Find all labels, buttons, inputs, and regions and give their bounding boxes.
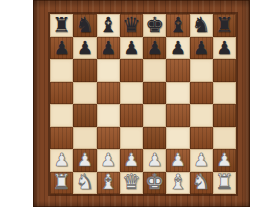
square-c7[interactable]: ♟ [97,37,120,60]
chess-board: ♜♞♝♛♚♝♞♜♟♟♟♟♟♟♟♟♟♟♟♟♟♟♟♟♜♞♝♛♚♝♞♜ [50,14,236,194]
square-d2[interactable]: ♟ [120,149,143,172]
square-e8[interactable]: ♚ [143,14,166,37]
square-a3[interactable] [50,127,73,150]
white-pawn: ♟ [77,151,93,169]
white-knight: ♞ [192,172,211,193]
black-pawn: ♟ [77,38,93,56]
square-a2[interactable]: ♟ [50,149,73,172]
square-b4[interactable] [73,104,96,127]
square-d8[interactable]: ♛ [120,14,143,37]
square-b2[interactable]: ♟ [73,149,96,172]
square-f5[interactable] [166,82,189,105]
square-e7[interactable]: ♟ [143,37,166,60]
white-king: ♚ [145,172,164,193]
square-h8[interactable]: ♜ [213,14,236,37]
square-c2[interactable]: ♟ [97,149,120,172]
square-f1[interactable]: ♝ [166,172,189,195]
white-pawn: ♟ [216,151,232,169]
square-b1[interactable]: ♞ [73,172,96,195]
square-f8[interactable]: ♝ [166,14,189,37]
square-b3[interactable] [73,127,96,150]
black-pawn: ♟ [216,38,232,56]
black-knight: ♞ [192,14,211,35]
square-h4[interactable] [213,104,236,127]
white-knight: ♞ [75,172,94,193]
square-b6[interactable] [73,59,96,82]
square-b5[interactable] [73,82,96,105]
square-h2[interactable]: ♟ [213,149,236,172]
square-a1[interactable]: ♜ [50,172,73,195]
white-pawn: ♟ [100,151,116,169]
square-h7[interactable]: ♟ [213,37,236,60]
square-d4[interactable] [120,104,143,127]
black-bishop: ♝ [99,14,118,35]
white-rook: ♜ [215,172,234,193]
black-queen: ♛ [122,14,141,35]
square-g8[interactable]: ♞ [190,14,213,37]
square-a4[interactable] [50,104,73,127]
square-f6[interactable] [166,59,189,82]
square-g6[interactable] [190,59,213,82]
board-frame: ♜♞♝♛♚♝♞♜♟♟♟♟♟♟♟♟♟♟♟♟♟♟♟♟♜♞♝♛♚♝♞♜ [33,0,250,207]
white-pawn: ♟ [170,151,186,169]
square-g7[interactable]: ♟ [190,37,213,60]
black-rook: ♜ [215,14,234,35]
black-rook: ♜ [52,14,71,35]
square-c3[interactable] [97,127,120,150]
square-e1[interactable]: ♚ [143,172,166,195]
square-e3[interactable] [143,127,166,150]
white-bishop: ♝ [168,172,187,193]
square-c5[interactable] [97,82,120,105]
black-pawn: ♟ [170,38,186,56]
square-c8[interactable]: ♝ [97,14,120,37]
square-g4[interactable] [190,104,213,127]
white-queen: ♛ [122,172,141,193]
square-d7[interactable]: ♟ [120,37,143,60]
square-b7[interactable]: ♟ [73,37,96,60]
white-pawn: ♟ [193,151,209,169]
square-g5[interactable] [190,82,213,105]
square-a5[interactable] [50,82,73,105]
square-d5[interactable] [120,82,143,105]
square-c4[interactable] [97,104,120,127]
square-f7[interactable]: ♟ [166,37,189,60]
square-a8[interactable]: ♜ [50,14,73,37]
square-b8[interactable]: ♞ [73,14,96,37]
white-rook: ♜ [52,172,71,193]
square-g1[interactable]: ♞ [190,172,213,195]
square-h3[interactable] [213,127,236,150]
black-pawn: ♟ [193,38,209,56]
square-f3[interactable] [166,127,189,150]
white-pawn: ♟ [123,151,139,169]
square-e5[interactable] [143,82,166,105]
square-h5[interactable] [213,82,236,105]
square-g2[interactable]: ♟ [190,149,213,172]
page-background: ♜♞♝♛♚♝♞♜♟♟♟♟♟♟♟♟♟♟♟♟♟♟♟♟♜♞♝♛♚♝♞♜ [0,0,280,210]
square-d6[interactable] [120,59,143,82]
square-c6[interactable] [97,59,120,82]
square-g3[interactable] [190,127,213,150]
black-pawn: ♟ [100,38,116,56]
black-bishop: ♝ [168,14,187,35]
square-f2[interactable]: ♟ [166,149,189,172]
square-f4[interactable] [166,104,189,127]
square-d3[interactable] [120,127,143,150]
black-knight: ♞ [75,14,94,35]
square-e2[interactable]: ♟ [143,149,166,172]
square-a7[interactable]: ♟ [50,37,73,60]
square-e4[interactable] [143,104,166,127]
square-a6[interactable] [50,59,73,82]
black-pawn: ♟ [147,38,163,56]
black-king: ♚ [145,14,164,35]
square-d1[interactable]: ♛ [120,172,143,195]
black-pawn: ♟ [54,38,70,56]
square-h1[interactable]: ♜ [213,172,236,195]
square-h6[interactable] [213,59,236,82]
square-e6[interactable] [143,59,166,82]
black-pawn: ♟ [123,38,139,56]
square-c1[interactable]: ♝ [97,172,120,195]
white-pawn: ♟ [147,151,163,169]
white-pawn: ♟ [54,151,70,169]
white-bishop: ♝ [99,172,118,193]
